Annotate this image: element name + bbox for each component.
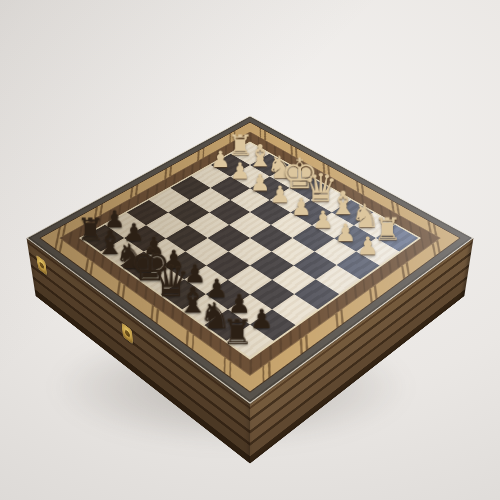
brass-clasp-1: [36, 254, 47, 275]
product-photo-scene: { "game": "chess", "scene": { "setting":…: [0, 0, 500, 500]
brass-clasp-2: [122, 322, 134, 344]
white-pawn-glyph: ♟: [335, 235, 402, 258]
black-rook-glyph: ♜: [202, 316, 275, 349]
